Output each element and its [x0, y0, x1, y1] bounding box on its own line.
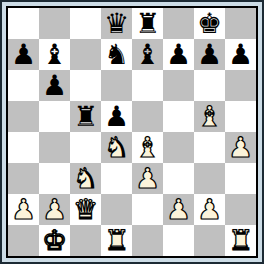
square-h1[interactable]: ♜: [225, 225, 256, 256]
square-g2[interactable]: ♟: [194, 194, 225, 225]
piece-white-king: ♚: [42, 225, 67, 256]
square-f1[interactable]: [163, 225, 194, 256]
square-h7[interactable]: ♟: [225, 39, 256, 70]
piece-white-pawn: ♟: [135, 163, 160, 194]
piece-white-rook: ♜: [228, 225, 253, 256]
piece-white-pawn: ♟: [11, 194, 36, 225]
square-e3[interactable]: ♟: [132, 163, 163, 194]
piece-black-pawn: ♟: [42, 70, 67, 101]
square-g3[interactable]: [194, 163, 225, 194]
square-a7[interactable]: ♟: [8, 39, 39, 70]
square-d5[interactable]: ♟: [101, 101, 132, 132]
piece-black-pawn: ♟: [11, 39, 36, 70]
square-a6[interactable]: [8, 70, 39, 101]
square-e6[interactable]: [132, 70, 163, 101]
square-a4[interactable]: [8, 132, 39, 163]
piece-black-bishop: ♝: [42, 39, 67, 70]
square-c5[interactable]: ♜: [70, 101, 101, 132]
square-h5[interactable]: [225, 101, 256, 132]
square-e4[interactable]: ♝: [132, 132, 163, 163]
square-g7[interactable]: ♟: [194, 39, 225, 70]
square-g4[interactable]: [194, 132, 225, 163]
square-b1[interactable]: ♚: [39, 225, 70, 256]
piece-black-pawn: ♟: [228, 39, 253, 70]
square-c7[interactable]: [70, 39, 101, 70]
square-e2[interactable]: [132, 194, 163, 225]
piece-black-knight: ♞: [104, 39, 129, 70]
square-a5[interactable]: [8, 101, 39, 132]
square-d6[interactable]: [101, 70, 132, 101]
square-d8[interactable]: ♛: [101, 8, 132, 39]
piece-white-pawn: ♟: [166, 194, 191, 225]
square-f2[interactable]: ♟: [163, 194, 194, 225]
square-a2[interactable]: ♟: [8, 194, 39, 225]
square-d3[interactable]: [101, 163, 132, 194]
square-h6[interactable]: [225, 70, 256, 101]
square-f3[interactable]: [163, 163, 194, 194]
piece-white-knight: ♞: [104, 132, 129, 163]
square-g8[interactable]: ♚: [194, 8, 225, 39]
square-e1[interactable]: [132, 225, 163, 256]
piece-white-rook: ♜: [104, 225, 129, 256]
square-c3[interactable]: ♞: [70, 163, 101, 194]
piece-white-knight: ♞: [73, 163, 98, 194]
piece-black-pawn: ♟: [197, 39, 222, 70]
piece-black-bishop: ♝: [135, 39, 160, 70]
square-b3[interactable]: [39, 163, 70, 194]
piece-white-bishop: ♝: [197, 101, 222, 132]
square-b5[interactable]: [39, 101, 70, 132]
piece-white-pawn: ♟: [42, 194, 67, 225]
square-g1[interactable]: [194, 225, 225, 256]
piece-black-rook: ♜: [135, 8, 160, 39]
square-f8[interactable]: [163, 8, 194, 39]
square-b2[interactable]: ♟: [39, 194, 70, 225]
square-d7[interactable]: ♞: [101, 39, 132, 70]
piece-white-pawn: ♟: [197, 194, 222, 225]
square-c4[interactable]: [70, 132, 101, 163]
square-b8[interactable]: [39, 8, 70, 39]
square-e7[interactable]: ♝: [132, 39, 163, 70]
piece-white-queen: ♛: [73, 194, 98, 225]
square-h3[interactable]: [225, 163, 256, 194]
chess-board[interactable]: ♛♜♚♟♝♞♝♟♟♟♟♜♟♝♞♝♟♞♟♟♟♛♟♟♚♜♜: [6, 6, 258, 258]
square-h8[interactable]: [225, 8, 256, 39]
square-h4[interactable]: ♟: [225, 132, 256, 163]
square-f6[interactable]: [163, 70, 194, 101]
square-f5[interactable]: [163, 101, 194, 132]
square-e8[interactable]: ♜: [132, 8, 163, 39]
square-c8[interactable]: [70, 8, 101, 39]
piece-black-king: ♚: [197, 8, 222, 39]
square-a8[interactable]: [8, 8, 39, 39]
square-b4[interactable]: [39, 132, 70, 163]
piece-black-queen: ♛: [104, 8, 129, 39]
square-g5[interactable]: ♝: [194, 101, 225, 132]
square-a3[interactable]: [8, 163, 39, 194]
square-f7[interactable]: ♟: [163, 39, 194, 70]
square-c1[interactable]: [70, 225, 101, 256]
piece-black-pawn: ♟: [104, 101, 129, 132]
square-f4[interactable]: [163, 132, 194, 163]
piece-white-bishop: ♝: [135, 132, 160, 163]
piece-black-pawn: ♟: [166, 39, 191, 70]
square-c6[interactable]: [70, 70, 101, 101]
square-h2[interactable]: [225, 194, 256, 225]
square-d4[interactable]: ♞: [101, 132, 132, 163]
square-a1[interactable]: [8, 225, 39, 256]
square-g6[interactable]: [194, 70, 225, 101]
square-d2[interactable]: [101, 194, 132, 225]
square-c2[interactable]: ♛: [70, 194, 101, 225]
square-b7[interactable]: ♝: [39, 39, 70, 70]
chess-diagram: ♛♜♚♟♝♞♝♟♟♟♟♜♟♝♞♝♟♞♟♟♟♛♟♟♚♜♜: [0, 0, 264, 264]
piece-white-pawn: ♟: [228, 132, 253, 163]
square-d1[interactable]: ♜: [101, 225, 132, 256]
square-e5[interactable]: [132, 101, 163, 132]
piece-black-rook: ♜: [73, 101, 98, 132]
square-b6[interactable]: ♟: [39, 70, 70, 101]
